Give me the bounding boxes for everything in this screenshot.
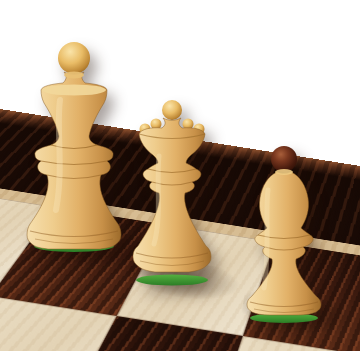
king-body	[27, 72, 121, 249]
king-head-top	[42, 85, 106, 96]
queen-felt-base	[136, 275, 208, 286]
product-photo-scene	[0, 0, 360, 360]
queen-ball-finial	[162, 100, 182, 120]
queen-body	[133, 118, 211, 272]
white-king-piece[interactable]	[22, 38, 126, 254]
white-queen-piece[interactable]	[126, 98, 218, 288]
bishop-body	[247, 172, 321, 315]
king-ball-finial	[58, 42, 90, 74]
white-bishop-piece[interactable]	[240, 142, 332, 326]
photo-bottom-margin	[0, 351, 360, 360]
bishop-rosewood-ball	[271, 146, 297, 172]
